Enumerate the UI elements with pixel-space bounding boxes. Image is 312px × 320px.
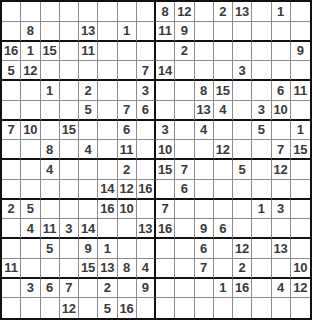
cell-r11c12[interactable] xyxy=(214,200,233,220)
cell-r5c2[interactable] xyxy=(21,81,40,101)
cell-r15c1[interactable] xyxy=(2,279,21,299)
cell-r2c16[interactable] xyxy=(291,22,310,42)
cell-r6c5[interactable]: 5 xyxy=(79,101,98,121)
cell-r11c1[interactable]: 2 xyxy=(2,200,21,220)
cell-r4c5[interactable] xyxy=(79,61,98,81)
cell-r12c13[interactable] xyxy=(233,219,252,239)
cell-r16c9[interactable] xyxy=(156,298,175,318)
cell-r7c13[interactable] xyxy=(233,121,252,141)
cell-r5c10[interactable] xyxy=(175,81,194,101)
cell-r2c8[interactable] xyxy=(137,22,156,42)
sudoku-puzzle: 8122131813111916115112951271431238156115… xyxy=(0,0,312,320)
cell-r9c5[interactable] xyxy=(79,160,98,180)
cell-r8c7[interactable]: 11 xyxy=(118,140,137,160)
cell-r15c3[interactable]: 6 xyxy=(41,279,60,299)
cell-r5c7[interactable] xyxy=(118,81,137,101)
cell-r8c1[interactable] xyxy=(2,140,21,160)
cell-r3c9[interactable] xyxy=(156,42,175,62)
cell-r2c6[interactable] xyxy=(98,22,117,42)
cell-r13c8[interactable] xyxy=(137,239,156,259)
cell-r5c11[interactable]: 8 xyxy=(195,81,214,101)
cell-r3c1[interactable]: 16 xyxy=(2,42,21,62)
cell-r5c1[interactable] xyxy=(2,81,21,101)
cell-r16c8[interactable] xyxy=(137,298,156,318)
cell-r7c8[interactable] xyxy=(137,121,156,141)
cell-r3c8[interactable] xyxy=(137,42,156,62)
cell-r14c7[interactable]: 8 xyxy=(118,259,137,279)
cell-r9c8[interactable] xyxy=(137,160,156,180)
cell-r2c13[interactable] xyxy=(233,22,252,42)
cell-r15c15[interactable]: 4 xyxy=(272,279,291,299)
cell-r5c15[interactable]: 6 xyxy=(272,81,291,101)
cell-r13c16[interactable] xyxy=(291,239,310,259)
cell-r9c9[interactable]: 15 xyxy=(156,160,175,180)
cell-r12c1[interactable] xyxy=(2,219,21,239)
cell-r14c1[interactable]: 11 xyxy=(2,259,21,279)
cell-r10c16[interactable] xyxy=(291,180,310,200)
cell-r11c10[interactable] xyxy=(175,200,194,220)
cell-r1c8[interactable] xyxy=(137,2,156,22)
cell-r8c11[interactable] xyxy=(195,140,214,160)
cell-r6c1[interactable] xyxy=(2,101,21,121)
cell-r9c3[interactable]: 4 xyxy=(41,160,60,180)
cell-r13c7[interactable] xyxy=(118,239,137,259)
cell-r6c9[interactable] xyxy=(156,101,175,121)
cell-r9c7[interactable]: 2 xyxy=(118,160,137,180)
sudoku-board: 8122131813111916115112951271431238156115… xyxy=(0,0,312,320)
cell-r9c16[interactable] xyxy=(291,160,310,180)
cell-r11c9[interactable]: 7 xyxy=(156,200,175,220)
cell-r13c14[interactable] xyxy=(252,239,271,259)
cell-r13c6[interactable]: 1 xyxy=(98,239,117,259)
cell-r9c11[interactable] xyxy=(195,160,214,180)
cell-r10c1[interactable] xyxy=(2,180,21,200)
cell-r4c10[interactable] xyxy=(175,61,194,81)
cell-r4c7[interactable] xyxy=(118,61,137,81)
cell-r10c2[interactable] xyxy=(21,180,40,200)
cell-r11c16[interactable] xyxy=(291,200,310,220)
cell-r9c4[interactable] xyxy=(60,160,79,180)
cell-r14c6[interactable]: 13 xyxy=(98,259,117,279)
cell-r4c8[interactable]: 7 xyxy=(137,61,156,81)
cell-r15c16[interactable]: 12 xyxy=(291,279,310,299)
cell-r2c4[interactable] xyxy=(60,22,79,42)
cell-r3c11[interactable] xyxy=(195,42,214,62)
cell-r15c14[interactable] xyxy=(252,279,271,299)
cell-r15c4[interactable]: 7 xyxy=(60,279,79,299)
cell-r4c9[interactable]: 14 xyxy=(156,61,175,81)
cell-r5c12[interactable]: 15 xyxy=(214,81,233,101)
cell-r16c15[interactable] xyxy=(272,298,291,318)
cell-r14c8[interactable]: 4 xyxy=(137,259,156,279)
cell-r10c7[interactable]: 12 xyxy=(118,180,137,200)
cell-r5c4[interactable] xyxy=(60,81,79,101)
cell-r1c11[interactable] xyxy=(195,2,214,22)
cell-r16c7[interactable]: 16 xyxy=(118,298,137,318)
cell-r11c8[interactable] xyxy=(137,200,156,220)
cell-r1c4[interactable] xyxy=(60,2,79,22)
cell-r16c6[interactable]: 5 xyxy=(98,298,117,318)
cell-r11c14[interactable]: 1 xyxy=(252,200,271,220)
cell-r16c5[interactable] xyxy=(79,298,98,318)
cell-r10c6[interactable]: 14 xyxy=(98,180,117,200)
cell-r10c14[interactable] xyxy=(252,180,271,200)
cell-r6c6[interactable] xyxy=(98,101,117,121)
cell-r15c9[interactable] xyxy=(156,279,175,299)
cell-r12c8[interactable]: 13 xyxy=(137,219,156,239)
cell-r4c2[interactable]: 12 xyxy=(21,61,40,81)
cell-r12c6[interactable] xyxy=(98,219,117,239)
cell-r7c9[interactable]: 3 xyxy=(156,121,175,141)
cell-r8c5[interactable]: 4 xyxy=(79,140,98,160)
cell-r7c12[interactable] xyxy=(214,121,233,141)
cell-r13c15[interactable]: 13 xyxy=(272,239,291,259)
cell-r13c12[interactable] xyxy=(214,239,233,259)
cell-r16c13[interactable] xyxy=(233,298,252,318)
cell-r16c14[interactable] xyxy=(252,298,271,318)
cell-r15c10[interactable] xyxy=(175,279,194,299)
cell-r1c5[interactable] xyxy=(79,2,98,22)
cell-r9c6[interactable] xyxy=(98,160,117,180)
cell-r2c7[interactable]: 1 xyxy=(118,22,137,42)
cell-r12c10[interactable] xyxy=(175,219,194,239)
cell-r6c11[interactable]: 13 xyxy=(195,101,214,121)
cell-r4c6[interactable] xyxy=(98,61,117,81)
cell-r13c13[interactable]: 12 xyxy=(233,239,252,259)
cell-r7c4[interactable]: 15 xyxy=(60,121,79,141)
cell-r7c15[interactable] xyxy=(272,121,291,141)
cell-r3c10[interactable]: 2 xyxy=(175,42,194,62)
cell-r14c10[interactable] xyxy=(175,259,194,279)
cell-r12c15[interactable] xyxy=(272,219,291,239)
cell-r8c6[interactable] xyxy=(98,140,117,160)
cell-r15c7[interactable] xyxy=(118,279,137,299)
cell-r15c13[interactable]: 16 xyxy=(233,279,252,299)
cell-r1c3[interactable] xyxy=(41,2,60,22)
cell-r7c7[interactable]: 6 xyxy=(118,121,137,141)
cell-r8c14[interactable] xyxy=(252,140,271,160)
cell-r15c5[interactable] xyxy=(79,279,98,299)
cell-r14c5[interactable]: 15 xyxy=(79,259,98,279)
cell-r8c13[interactable] xyxy=(233,140,252,160)
cell-r2c2[interactable]: 8 xyxy=(21,22,40,42)
cell-r16c1[interactable] xyxy=(2,298,21,318)
cell-r9c12[interactable] xyxy=(214,160,233,180)
cell-r6c15[interactable]: 10 xyxy=(272,101,291,121)
cell-r13c3[interactable]: 5 xyxy=(41,239,60,259)
cell-r7c14[interactable]: 5 xyxy=(252,121,271,141)
cell-r12c14[interactable] xyxy=(252,219,271,239)
cell-r11c4[interactable] xyxy=(60,200,79,220)
cell-r6c10[interactable] xyxy=(175,101,194,121)
cell-r3c14[interactable] xyxy=(252,42,271,62)
cell-r3c16[interactable]: 9 xyxy=(291,42,310,62)
cell-r9c1[interactable] xyxy=(2,160,21,180)
cell-r8c3[interactable]: 8 xyxy=(41,140,60,160)
cell-r7c16[interactable]: 1 xyxy=(291,121,310,141)
cell-r5c8[interactable]: 3 xyxy=(137,81,156,101)
cell-r2c5[interactable]: 13 xyxy=(79,22,98,42)
cell-r7c3[interactable] xyxy=(41,121,60,141)
cell-r13c1[interactable] xyxy=(2,239,21,259)
cell-r13c5[interactable]: 9 xyxy=(79,239,98,259)
cell-r1c14[interactable] xyxy=(252,2,271,22)
cell-r15c2[interactable]: 3 xyxy=(21,279,40,299)
cell-r12c11[interactable]: 9 xyxy=(195,219,214,239)
cell-r4c15[interactable] xyxy=(272,61,291,81)
cell-r3c7[interactable] xyxy=(118,42,137,62)
cell-r3c13[interactable] xyxy=(233,42,252,62)
cell-r14c12[interactable] xyxy=(214,259,233,279)
cell-r11c3[interactable] xyxy=(41,200,60,220)
cell-r4c3[interactable] xyxy=(41,61,60,81)
cell-r12c9[interactable]: 16 xyxy=(156,219,175,239)
cell-r3c15[interactable] xyxy=(272,42,291,62)
cell-r3c2[interactable]: 1 xyxy=(21,42,40,62)
cell-r14c2[interactable] xyxy=(21,259,40,279)
cell-r9c14[interactable] xyxy=(252,160,271,180)
cell-r14c9[interactable] xyxy=(156,259,175,279)
cell-r10c9[interactable] xyxy=(156,180,175,200)
cell-r16c3[interactable] xyxy=(41,298,60,318)
cell-r4c16[interactable] xyxy=(291,61,310,81)
cell-r10c3[interactable] xyxy=(41,180,60,200)
cell-r8c16[interactable]: 15 xyxy=(291,140,310,160)
cell-r1c10[interactable]: 12 xyxy=(175,2,194,22)
cell-r8c9[interactable]: 10 xyxy=(156,140,175,160)
cell-r1c16[interactable] xyxy=(291,2,310,22)
cell-r2c10[interactable]: 9 xyxy=(175,22,194,42)
cell-r10c12[interactable] xyxy=(214,180,233,200)
cell-r4c4[interactable] xyxy=(60,61,79,81)
cell-r14c4[interactable] xyxy=(60,259,79,279)
cell-r6c2[interactable] xyxy=(21,101,40,121)
cell-r11c6[interactable]: 16 xyxy=(98,200,117,220)
cell-r2c11[interactable] xyxy=(195,22,214,42)
cell-r3c6[interactable] xyxy=(98,42,117,62)
cell-r1c7[interactable] xyxy=(118,2,137,22)
cell-r10c4[interactable] xyxy=(60,180,79,200)
cell-r16c11[interactable] xyxy=(195,298,214,318)
cell-r16c12[interactable] xyxy=(214,298,233,318)
cell-r14c11[interactable]: 7 xyxy=(195,259,214,279)
cell-r6c7[interactable]: 7 xyxy=(118,101,137,121)
cell-r14c3[interactable] xyxy=(41,259,60,279)
cell-r2c9[interactable]: 11 xyxy=(156,22,175,42)
cell-r1c9[interactable]: 8 xyxy=(156,2,175,22)
cell-r4c13[interactable]: 3 xyxy=(233,61,252,81)
cell-r7c1[interactable]: 7 xyxy=(2,121,21,141)
cell-r11c11[interactable] xyxy=(195,200,214,220)
cell-r14c16[interactable]: 10 xyxy=(291,259,310,279)
cell-r1c15[interactable]: 1 xyxy=(272,2,291,22)
cell-r6c13[interactable] xyxy=(233,101,252,121)
cell-r12c5[interactable]: 14 xyxy=(79,219,98,239)
cell-r14c13[interactable]: 2 xyxy=(233,259,252,279)
cell-r4c1[interactable]: 5 xyxy=(2,61,21,81)
cell-r1c6[interactable] xyxy=(98,2,117,22)
cell-r1c12[interactable]: 2 xyxy=(214,2,233,22)
cell-r14c14[interactable] xyxy=(252,259,271,279)
cell-r6c12[interactable]: 4 xyxy=(214,101,233,121)
cell-r6c4[interactable] xyxy=(60,101,79,121)
cell-r8c4[interactable] xyxy=(60,140,79,160)
cell-r10c10[interactable]: 6 xyxy=(175,180,194,200)
cell-r16c16[interactable] xyxy=(291,298,310,318)
cell-r1c1[interactable] xyxy=(2,2,21,22)
cell-r12c3[interactable]: 11 xyxy=(41,219,60,239)
cell-r9c13[interactable]: 5 xyxy=(233,160,252,180)
cell-r11c7[interactable]: 10 xyxy=(118,200,137,220)
cell-r3c3[interactable]: 15 xyxy=(41,42,60,62)
cell-r5c3[interactable]: 1 xyxy=(41,81,60,101)
cell-r3c12[interactable] xyxy=(214,42,233,62)
cell-r15c12[interactable]: 1 xyxy=(214,279,233,299)
cell-r3c5[interactable]: 11 xyxy=(79,42,98,62)
cell-r12c4[interactable]: 3 xyxy=(60,219,79,239)
cell-r10c13[interactable] xyxy=(233,180,252,200)
cell-r15c6[interactable]: 2 xyxy=(98,279,117,299)
cell-r12c16[interactable] xyxy=(291,219,310,239)
cell-r12c2[interactable]: 4 xyxy=(21,219,40,239)
cell-r11c13[interactable] xyxy=(233,200,252,220)
cell-r6c14[interactable]: 3 xyxy=(252,101,271,121)
cell-r11c2[interactable]: 5 xyxy=(21,200,40,220)
cell-r3c4[interactable] xyxy=(60,42,79,62)
cell-r2c3[interactable] xyxy=(41,22,60,42)
cell-r7c6[interactable] xyxy=(98,121,117,141)
cell-r4c12[interactable] xyxy=(214,61,233,81)
cell-r8c2[interactable] xyxy=(21,140,40,160)
cell-r1c13[interactable]: 13 xyxy=(233,2,252,22)
cell-r11c15[interactable]: 3 xyxy=(272,200,291,220)
cell-r2c1[interactable] xyxy=(2,22,21,42)
cell-r16c10[interactable] xyxy=(175,298,194,318)
cell-r12c12[interactable]: 6 xyxy=(214,219,233,239)
cell-r6c3[interactable] xyxy=(41,101,60,121)
cell-r2c12[interactable] xyxy=(214,22,233,42)
cell-r7c2[interactable]: 10 xyxy=(21,121,40,141)
cell-r9c15[interactable]: 12 xyxy=(272,160,291,180)
cell-r16c4[interactable]: 12 xyxy=(60,298,79,318)
cell-r14c15[interactable] xyxy=(272,259,291,279)
cell-r6c8[interactable]: 6 xyxy=(137,101,156,121)
cell-r10c11[interactable] xyxy=(195,180,214,200)
cell-r7c5[interactable] xyxy=(79,121,98,141)
cell-r15c11[interactable] xyxy=(195,279,214,299)
cell-r9c10[interactable]: 7 xyxy=(175,160,194,180)
cell-r8c10[interactable] xyxy=(175,140,194,160)
cell-r5c5[interactable]: 2 xyxy=(79,81,98,101)
cell-r8c8[interactable] xyxy=(137,140,156,160)
cell-r12c7[interactable] xyxy=(118,219,137,239)
cell-r5c13[interactable] xyxy=(233,81,252,101)
cell-r6c16[interactable] xyxy=(291,101,310,121)
cell-r5c14[interactable] xyxy=(252,81,271,101)
cell-r10c5[interactable] xyxy=(79,180,98,200)
cell-r8c12[interactable]: 12 xyxy=(214,140,233,160)
cell-r10c8[interactable]: 16 xyxy=(137,180,156,200)
cell-r11c5[interactable] xyxy=(79,200,98,220)
cell-r7c11[interactable]: 4 xyxy=(195,121,214,141)
cell-r13c10[interactable] xyxy=(175,239,194,259)
cell-r5c6[interactable] xyxy=(98,81,117,101)
cell-r10c15[interactable] xyxy=(272,180,291,200)
cell-r13c2[interactable] xyxy=(21,239,40,259)
cell-r15c8[interactable]: 9 xyxy=(137,279,156,299)
cell-r4c11[interactable] xyxy=(195,61,214,81)
cell-r16c2[interactable] xyxy=(21,298,40,318)
cell-r5c16[interactable]: 11 xyxy=(291,81,310,101)
cell-r7c10[interactable] xyxy=(175,121,194,141)
cell-r9c2[interactable] xyxy=(21,160,40,180)
cell-r8c15[interactable]: 7 xyxy=(272,140,291,160)
cell-r13c9[interactable] xyxy=(156,239,175,259)
cell-r5c9[interactable] xyxy=(156,81,175,101)
cell-r2c15[interactable] xyxy=(272,22,291,42)
cell-r13c4[interactable] xyxy=(60,239,79,259)
cell-r2c14[interactable] xyxy=(252,22,271,42)
cell-r13c11[interactable]: 6 xyxy=(195,239,214,259)
cell-r1c2[interactable] xyxy=(21,2,40,22)
cell-r4c14[interactable] xyxy=(252,61,271,81)
